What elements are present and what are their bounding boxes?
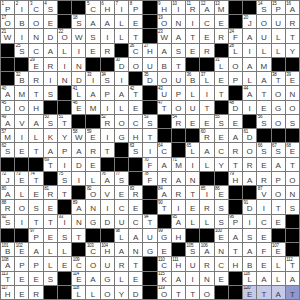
cell-r3c9[interactable]: L <box>115 29 128 42</box>
cell-r2c9[interactable]: L <box>115 15 128 28</box>
cell-r16c16[interactable]: S <box>215 215 228 228</box>
cell-r13c7[interactable]: L <box>86 172 99 185</box>
cell-r8c8[interactable]: I <box>101 101 114 114</box>
cell-r18c7[interactable]: 103C <box>86 243 99 256</box>
cell-r6c12[interactable]: O <box>158 72 171 85</box>
cell-r20c14[interactable]: I <box>186 272 199 285</box>
cell-r1c9[interactable]: 7I <box>115 1 128 14</box>
cell-r16c14[interactable]: L <box>186 215 199 228</box>
cell-r10c3[interactable]: L <box>29 129 42 142</box>
cell-r18c16[interactable]: N <box>215 243 228 256</box>
cell-r21c18[interactable]: 120E <box>243 286 256 299</box>
cell-r14c3[interactable]: E <box>29 186 42 199</box>
cell-r20c16[interactable]: E <box>215 272 228 285</box>
cell-r5c12[interactable]: B <box>158 58 171 71</box>
cell-r9c3[interactable]: A <box>29 115 42 128</box>
cell-r6c9[interactable]: I <box>115 72 128 85</box>
cell-r7c20[interactable]: O <box>272 86 285 99</box>
cell-r1c8[interactable]: 6H <box>101 1 114 14</box>
cell-r9c10[interactable]: C <box>129 115 142 128</box>
cell-r12c4[interactable]: 69T <box>44 158 57 171</box>
cell-r12c16[interactable]: Y <box>215 158 228 171</box>
cell-r4c14[interactable]: E <box>186 44 199 57</box>
cell-r11c7[interactable]: R <box>86 143 99 156</box>
cell-r11c1[interactable]: 62S <box>1 143 14 156</box>
cell-r1c10[interactable]: 8P <box>129 1 142 14</box>
cell-r3c17[interactable]: 24F <box>229 29 242 42</box>
cell-r17c5[interactable]: S <box>58 229 71 242</box>
cell-r4c13[interactable]: S <box>172 44 185 57</box>
cell-r21c8[interactable]: O <box>101 286 114 299</box>
cell-r11c3[interactable]: T <box>29 143 42 156</box>
cell-r18c12[interactable]: E <box>158 243 171 256</box>
cell-r2c12[interactable]: 19O <box>158 15 171 28</box>
cell-r13c5[interactable]: 75S <box>58 172 71 185</box>
cell-r1c16[interactable]: 13M <box>215 1 228 14</box>
cell-r1c7[interactable]: 5C <box>86 1 99 14</box>
cell-r15c21[interactable]: S <box>286 200 299 213</box>
cell-r10c15[interactable]: 60R <box>200 129 213 142</box>
cell-r21c12[interactable]: 119O <box>158 286 171 299</box>
cell-r14c5[interactable]: T <box>58 186 71 199</box>
cell-r14c10[interactable]: 83R <box>129 186 142 199</box>
cell-r20c8[interactable]: G <box>101 272 114 285</box>
cell-r8c17[interactable]: 48D <box>229 101 242 114</box>
cell-r19c16[interactable]: C <box>215 257 228 270</box>
cell-r5c18[interactable]: A <box>243 58 256 71</box>
cell-r6c14[interactable]: 36B <box>186 72 199 85</box>
cell-r14c8[interactable]: V <box>101 186 114 199</box>
cell-r9c17[interactable]: E <box>229 115 242 128</box>
cell-r12c17[interactable]: T <box>229 158 242 171</box>
cell-r2c15[interactable]: C <box>200 15 213 28</box>
cell-r6c20[interactable]: 38T <box>272 72 285 85</box>
cell-r2c21[interactable]: R <box>286 15 299 28</box>
cell-r10c11[interactable]: T <box>143 129 156 142</box>
cell-r4c8[interactable]: R <box>101 44 114 57</box>
cell-r12c15[interactable]: L <box>200 158 213 171</box>
cell-r14c21[interactable]: N <box>286 186 299 199</box>
cell-r19c20[interactable]: L <box>272 257 285 270</box>
cell-r8c2[interactable]: O <box>15 101 28 114</box>
cell-r8c7[interactable]: M <box>86 101 99 114</box>
cell-r10c17[interactable]: A <box>229 129 242 142</box>
cell-r7c7[interactable]: A <box>86 86 99 99</box>
cell-r20c21[interactable]: A <box>286 272 299 285</box>
cell-r16c5[interactable]: 93I <box>58 215 71 228</box>
cell-r15c4[interactable]: E <box>44 200 57 213</box>
cell-r19c13[interactable]: 111H <box>172 257 185 270</box>
cell-r11c17[interactable]: R <box>229 143 242 156</box>
cell-r2c4[interactable]: E <box>44 15 57 28</box>
cell-r19c12[interactable]: 110C <box>158 257 171 270</box>
cell-r4c15[interactable]: R <box>200 44 213 57</box>
cell-r10c2[interactable]: I <box>15 129 28 142</box>
cell-r15c13[interactable]: I <box>172 200 185 213</box>
cell-r9c9[interactable]: O <box>115 115 128 128</box>
cell-r20c9[interactable]: L <box>115 272 128 285</box>
cell-r14c2[interactable]: L <box>15 186 28 199</box>
cell-r12c14[interactable]: I <box>186 158 199 171</box>
cell-r7c9[interactable]: A <box>115 86 128 99</box>
cell-r7c15[interactable]: I <box>200 86 213 99</box>
cell-r7c2[interactable]: M <box>15 86 28 99</box>
cell-r7c16[interactable]: T <box>215 86 228 99</box>
cell-r8c10[interactable]: E <box>129 101 142 114</box>
cell-r3c20[interactable]: L <box>272 29 285 42</box>
cell-r21c21[interactable]: T <box>286 286 299 299</box>
cell-r7c12[interactable]: 43U <box>158 86 171 99</box>
cell-r7c3[interactable]: T <box>29 86 42 99</box>
cell-r11c10[interactable]: 63S <box>129 143 142 156</box>
cell-r18c3[interactable]: A <box>29 243 42 256</box>
cell-r5c13[interactable]: T <box>172 58 185 71</box>
cell-r14c4[interactable]: 81R <box>44 186 57 199</box>
cell-r16c7[interactable]: G <box>86 215 99 228</box>
cell-r17c17[interactable]: A <box>229 229 242 242</box>
cell-r13c1[interactable]: 72J <box>1 172 14 185</box>
cell-r19c2[interactable]: P <box>15 257 28 270</box>
cell-r1c1[interactable]: 1P <box>1 1 14 14</box>
cell-r19c21[interactable]: 112T <box>286 257 299 270</box>
cell-r8c9[interactable]: L <box>115 101 128 114</box>
cell-r15c6[interactable]: 89A <box>72 200 85 213</box>
cell-r11c5[interactable]: P <box>58 143 71 156</box>
cell-r5c9[interactable]: 30D <box>115 58 128 71</box>
cell-r20c12[interactable]: 115K <box>158 272 171 285</box>
cell-r15c15[interactable]: R <box>200 200 213 213</box>
cell-r16c10[interactable]: C <box>129 215 142 228</box>
cell-r20c2[interactable]: E <box>15 272 28 285</box>
cell-r5c11[interactable]: U <box>143 58 156 71</box>
cell-r12c7[interactable]: E <box>86 158 99 171</box>
cell-r4c19[interactable]: L <box>257 44 270 57</box>
cell-r3c13[interactable]: A <box>172 29 185 42</box>
cell-r6c13[interactable]: U <box>172 72 185 85</box>
cell-r18c4[interactable]: L <box>44 243 57 256</box>
cell-r11c8[interactable]: T <box>101 143 114 156</box>
cell-r4c6[interactable]: I <box>72 44 85 57</box>
cell-r4c12[interactable]: A <box>158 44 171 57</box>
cell-r6c6[interactable]: D <box>72 72 85 85</box>
cell-r18c1[interactable]: 101B <box>1 243 14 256</box>
cell-r10c8[interactable]: I <box>101 129 114 142</box>
cell-r14c16[interactable]: 86E <box>215 186 228 199</box>
cell-r18c15[interactable]: 106A <box>200 243 213 256</box>
cell-r17c4[interactable]: E <box>44 229 57 242</box>
cell-r2c19[interactable]: O <box>257 15 270 28</box>
cell-r9c21[interactable]: S <box>286 115 299 128</box>
cell-r3c1[interactable]: 21W <box>1 29 14 42</box>
cell-r3c4[interactable]: D <box>44 29 57 42</box>
cell-r9c11[interactable]: 53S <box>143 115 156 128</box>
cell-r16c3[interactable]: T <box>29 215 42 228</box>
cell-r6c19[interactable]: A <box>257 72 270 85</box>
cell-r1c14[interactable]: 11R <box>186 1 199 14</box>
cell-r16c4[interactable]: T <box>44 215 57 228</box>
cell-r2c7[interactable]: A <box>86 15 99 28</box>
cell-r2c13[interactable]: N <box>172 15 185 28</box>
cell-r5c17[interactable]: O <box>229 58 242 71</box>
cell-r7c18[interactable]: 44A <box>243 86 256 99</box>
cell-r15c12[interactable]: 90T <box>158 200 171 213</box>
cell-r5c16[interactable]: 31L <box>215 58 228 71</box>
cell-r8c12[interactable]: 47T <box>158 101 171 114</box>
cell-r7c4[interactable]: S <box>44 86 57 99</box>
cell-r13c18[interactable]: A <box>243 172 256 185</box>
cell-r11c21[interactable]: 68E <box>286 143 299 156</box>
cell-r18c14[interactable]: 105S <box>186 243 199 256</box>
cell-r8c15[interactable]: T <box>200 101 213 114</box>
cell-r11c12[interactable]: 64C <box>158 143 171 156</box>
cell-r1c3[interactable]: 3C <box>29 1 42 14</box>
cell-r7c8[interactable]: P <box>101 86 114 99</box>
cell-r21c10[interactable]: D <box>129 286 142 299</box>
cell-r14c20[interactable]: O <box>272 186 285 199</box>
cell-r2c10[interactable]: E <box>129 15 142 28</box>
cell-r21c6[interactable]: 118L <box>72 286 85 299</box>
cell-r19c4[interactable]: L <box>44 257 57 270</box>
cell-r3c8[interactable]: I <box>101 29 114 42</box>
cell-r13c6[interactable]: I <box>72 172 85 185</box>
cell-r10c9[interactable]: G <box>115 129 128 142</box>
cell-r17c18[interactable]: S <box>243 229 256 242</box>
cell-r15c20[interactable]: T <box>272 200 285 213</box>
cell-r12c21[interactable]: T <box>286 158 299 171</box>
cell-r4c4[interactable]: A <box>44 44 57 57</box>
cell-r2c3[interactable]: O <box>29 15 42 28</box>
cell-r9c15[interactable]: E <box>200 115 213 128</box>
cell-r20c6[interactable]: 114E <box>72 272 85 285</box>
cell-r4c11[interactable]: 27H <box>143 44 156 57</box>
cell-r13c11[interactable]: 78F <box>143 172 156 185</box>
cell-r6c15[interactable]: 37L <box>200 72 213 85</box>
cell-r4c21[interactable]: Y <box>286 44 299 57</box>
cell-r8c20[interactable]: G <box>272 101 285 114</box>
cell-r19c10[interactable]: T <box>129 257 142 270</box>
cell-r16c13[interactable]: 95A <box>172 215 185 228</box>
cell-r21c19[interactable]: T <box>257 286 270 299</box>
cell-r2c16[interactable]: E <box>215 15 228 28</box>
cell-r2c18[interactable]: 20J <box>243 15 256 28</box>
cell-r8c21[interactable]: O <box>286 101 299 114</box>
cell-r5c10[interactable]: O <box>129 58 142 71</box>
cell-r4c20[interactable]: L <box>272 44 285 57</box>
cell-r1c19[interactable]: 14S <box>257 1 270 14</box>
cell-r6c16[interactable]: E <box>215 72 228 85</box>
cell-r17c16[interactable]: 100E <box>215 229 228 242</box>
cell-r11c2[interactable]: E <box>15 143 28 156</box>
cell-r18c8[interactable]: 104H <box>101 243 114 256</box>
cell-r12c13[interactable]: 71M <box>172 158 185 171</box>
cell-r14c1[interactable]: 80A <box>1 186 14 199</box>
cell-r11c11[interactable]: I <box>143 143 156 156</box>
cell-r4c5[interactable]: L <box>58 44 71 57</box>
cell-r16c19[interactable]: C <box>257 215 270 228</box>
cell-r18c9[interactable]: A <box>115 243 128 256</box>
cell-r6c17[interactable]: P <box>229 72 242 85</box>
cell-r17c11[interactable]: U <box>143 229 156 242</box>
cell-r3c18[interactable]: A <box>243 29 256 42</box>
cell-r19c19[interactable]: E <box>257 257 270 270</box>
cell-r16c18[interactable]: I <box>243 215 256 228</box>
cell-r9c1[interactable]: 49A <box>1 115 14 128</box>
cell-r1c15[interactable]: 12A <box>200 1 213 14</box>
cell-r14c9[interactable]: E <box>115 186 128 199</box>
cell-r10c7[interactable]: 59E <box>86 129 99 142</box>
cell-r19c5[interactable]: E <box>58 257 71 270</box>
cell-r9c13[interactable]: 54R <box>172 115 185 128</box>
cell-r11c4[interactable]: A <box>44 143 57 156</box>
cell-r12c12[interactable]: A <box>158 158 171 171</box>
cell-r18c11[interactable]: G <box>143 243 156 256</box>
cell-r10c16[interactable]: E <box>215 129 228 142</box>
cell-r19c8[interactable]: U <box>101 257 114 270</box>
cell-r12c18[interactable]: R <box>243 158 256 171</box>
cell-r15c3[interactable]: S <box>29 200 42 213</box>
cell-r13c20[interactable]: P <box>272 172 285 185</box>
cell-r16c2[interactable]: I <box>15 215 28 228</box>
cell-r3c19[interactable]: U <box>257 29 270 42</box>
cell-r14c14[interactable]: T <box>186 186 199 199</box>
cell-r1c4[interactable]: 4S <box>44 1 57 14</box>
cell-r11c20[interactable]: 67S <box>272 143 285 156</box>
cell-r11c19[interactable]: 66S <box>257 143 270 156</box>
cell-r17c19[interactable]: E <box>257 229 270 242</box>
cell-r9c20[interactable]: O <box>272 115 285 128</box>
cell-r9c19[interactable]: 56S <box>257 115 270 128</box>
cell-r20c7[interactable]: A <box>86 272 99 285</box>
cell-r14c13[interactable]: R <box>172 186 185 199</box>
cell-r19c7[interactable]: O <box>86 257 99 270</box>
cell-r17c6[interactable]: T <box>72 229 85 242</box>
cell-r20c13[interactable]: A <box>172 272 185 285</box>
cell-r10c5[interactable]: Y <box>58 129 71 142</box>
cell-r9c8[interactable]: 52R <box>101 115 114 128</box>
cell-r16c11[interactable]: 94T <box>143 215 156 228</box>
cell-r6c21[interactable]: 39E <box>286 72 299 85</box>
cell-r3c2[interactable]: I <box>15 29 28 42</box>
cell-r1c2[interactable]: 2I <box>15 1 28 14</box>
cell-r11c18[interactable]: O <box>243 143 256 156</box>
cell-r16c8[interactable]: D <box>101 215 114 228</box>
cell-r18c19[interactable]: F <box>257 243 270 256</box>
cell-r10c4[interactable]: K <box>44 129 57 142</box>
cell-r14c19[interactable]: 87V <box>257 186 270 199</box>
cell-r12c11[interactable]: 70F <box>143 158 156 171</box>
cell-r20c1[interactable]: 113T <box>1 272 14 285</box>
cell-r6c7[interactable]: 33I <box>86 72 99 85</box>
cell-r18c2[interactable]: 102E <box>15 243 28 256</box>
cell-r10c10[interactable]: H <box>129 129 142 142</box>
cell-r7c10[interactable]: 42T <box>129 86 142 99</box>
cell-r6c5[interactable]: N <box>58 72 71 85</box>
cell-r8c3[interactable]: H <box>29 101 42 114</box>
cell-r21c3[interactable]: R <box>29 286 42 299</box>
cell-r15c14[interactable]: E <box>186 200 199 213</box>
cell-r11c6[interactable]: A <box>72 143 85 156</box>
cell-r20c18[interactable]: 116L <box>243 272 256 285</box>
cell-r5c5[interactable]: I <box>58 58 71 71</box>
cell-r2c14[interactable]: I <box>186 15 199 28</box>
cell-r7c1[interactable]: 40A <box>1 86 14 99</box>
cell-r6c8[interactable]: 34S <box>101 72 114 85</box>
cell-r16c20[interactable]: E <box>272 215 285 228</box>
cell-r15c2[interactable]: O <box>15 200 28 213</box>
cell-r1c20[interactable]: 15P <box>272 1 285 14</box>
cell-r11c15[interactable]: A <box>200 143 213 156</box>
cell-r4c10[interactable]: 26C <box>129 44 142 57</box>
cell-r2c6[interactable]: 18S <box>72 15 85 28</box>
cell-r18c20[interactable]: 107E <box>272 243 285 256</box>
cell-r5c19[interactable]: M <box>257 58 270 71</box>
cell-r4c17[interactable]: 28L <box>229 44 242 57</box>
cell-r4c7[interactable]: E <box>86 44 99 57</box>
cell-r2c8[interactable]: A <box>101 15 114 28</box>
cell-r21c1[interactable]: 117H <box>1 286 14 299</box>
cell-r10c1[interactable]: 57M <box>1 129 14 142</box>
cell-r8c18[interactable]: I <box>243 101 256 114</box>
cell-r10c18[interactable]: 61D <box>243 129 256 142</box>
cell-r9c5[interactable]: 51T <box>58 115 71 128</box>
cell-r4c18[interactable]: I <box>243 44 256 57</box>
cell-r20c10[interactable]: E <box>129 272 142 285</box>
cell-r19c15[interactable]: R <box>200 257 213 270</box>
cell-r17c13[interactable]: H <box>172 229 185 242</box>
cell-r16c17[interactable]: 96P <box>229 215 242 228</box>
cell-r13c8[interactable]: 76A <box>101 172 114 185</box>
cell-r9c2[interactable]: V <box>15 115 28 128</box>
cell-r12c6[interactable]: D <box>72 158 85 171</box>
cell-r3c10[interactable]: T <box>129 29 142 42</box>
cell-r20c4[interactable]: S <box>44 272 57 285</box>
cell-r1c13[interactable]: 10I <box>172 1 185 14</box>
cell-r7c14[interactable]: L <box>186 86 199 99</box>
cell-r7c19[interactable]: T <box>257 86 270 99</box>
cell-r19c6[interactable]: 109C <box>72 257 85 270</box>
cell-r3c15[interactable]: E <box>200 29 213 42</box>
cell-r4c3[interactable]: C <box>29 44 42 57</box>
cell-r13c21[interactable]: O <box>286 172 299 185</box>
cell-r6c11[interactable]: 35D <box>143 72 156 85</box>
cell-r7c21[interactable]: N <box>286 86 299 99</box>
cell-r3c21[interactable]: T <box>286 29 299 42</box>
cell-r21c20[interactable]: A <box>272 286 285 299</box>
cell-r12c20[interactable]: A <box>272 158 285 171</box>
cell-r4c2[interactable]: 25S <box>15 44 28 57</box>
cell-r13c19[interactable]: R <box>257 172 270 185</box>
cell-r16c9[interactable]: U <box>115 215 128 228</box>
cell-r19c1[interactable]: 108A <box>1 257 14 270</box>
cell-r14c12[interactable]: 84A <box>158 186 171 199</box>
cell-r8c13[interactable]: O <box>172 101 185 114</box>
cell-r15c10[interactable]: E <box>129 200 142 213</box>
cell-r7c13[interactable]: P <box>172 86 185 99</box>
cell-r20c3[interactable]: E <box>29 272 42 285</box>
cell-r2c20[interactable]: U <box>272 15 285 28</box>
cell-r20c19[interactable]: A <box>257 272 270 285</box>
cell-r3c16[interactable]: R <box>215 29 228 42</box>
cell-r5c6[interactable]: N <box>72 58 85 71</box>
cell-r1c12[interactable]: 9H <box>158 1 171 14</box>
cell-r5c4[interactable]: R <box>44 58 57 71</box>
cell-r18c18[interactable]: A <box>243 243 256 256</box>
cell-r6c18[interactable]: L <box>243 72 256 85</box>
cell-r17c10[interactable]: A <box>129 229 142 242</box>
cell-r3c7[interactable]: S <box>86 29 99 42</box>
cell-r14c7[interactable]: 82O <box>86 186 99 199</box>
cell-r6c3[interactable]: R <box>29 72 42 85</box>
